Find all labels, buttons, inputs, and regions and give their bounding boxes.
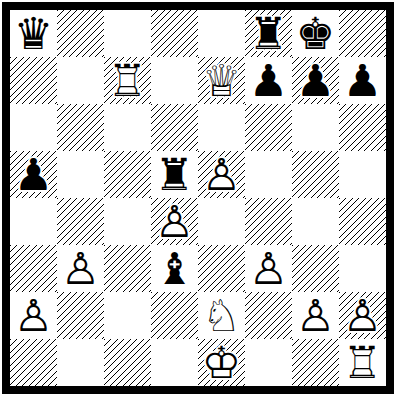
piece-black-queen-a8[interactable]: ♛♛ [10, 10, 57, 57]
square-d5[interactable]: ♜♜ [151, 151, 198, 198]
square-f2[interactable] [245, 292, 292, 339]
black-pawn-glyph: ♟ [339, 57, 386, 104]
square-a2[interactable]: ♟♙ [10, 292, 57, 339]
piece-white-king-e1[interactable]: ♚♔ [198, 339, 245, 386]
square-g4[interactable] [292, 198, 339, 245]
white-pawn-glyph: ♙ [198, 151, 245, 198]
square-b5[interactable] [57, 151, 104, 198]
square-d2[interactable] [151, 292, 198, 339]
piece-black-king-g8[interactable]: ♚♚ [292, 10, 339, 57]
square-c8[interactable] [104, 10, 151, 57]
black-rook-glyph: ♜ [245, 10, 292, 57]
square-h5[interactable] [339, 151, 386, 198]
piece-black-pawn-h7[interactable]: ♟♟ [339, 57, 386, 104]
square-g8[interactable]: ♚♚ [292, 10, 339, 57]
square-c7[interactable]: ♜♖ [104, 57, 151, 104]
white-pawn-glyph: ♙ [10, 292, 57, 339]
square-e7[interactable]: ♛♕ [198, 57, 245, 104]
square-f5[interactable] [245, 151, 292, 198]
square-c1[interactable] [104, 339, 151, 386]
white-king-glyph: ♔ [198, 339, 245, 386]
black-bishop-glyph: ♝ [151, 245, 198, 292]
piece-white-queen-e7[interactable]: ♛♕ [198, 57, 245, 104]
piece-white-pawn-e5[interactable]: ♟♙ [198, 151, 245, 198]
white-rook-glyph: ♖ [104, 57, 151, 104]
white-pawn-glyph: ♙ [292, 292, 339, 339]
square-g5[interactable] [292, 151, 339, 198]
square-c2[interactable] [104, 292, 151, 339]
square-g1[interactable] [292, 339, 339, 386]
square-b1[interactable] [57, 339, 104, 386]
square-f8[interactable]: ♜♜ [245, 10, 292, 57]
square-e5[interactable]: ♟♙ [198, 151, 245, 198]
white-rook-glyph: ♖ [339, 339, 386, 386]
square-a3[interactable] [10, 245, 57, 292]
square-d8[interactable] [151, 10, 198, 57]
piece-black-pawn-f7[interactable]: ♟♟ [245, 57, 292, 104]
piece-white-pawn-f3[interactable]: ♟♙ [245, 245, 292, 292]
square-e3[interactable] [198, 245, 245, 292]
square-e2[interactable]: ♞♘ [198, 292, 245, 339]
square-f3[interactable]: ♟♙ [245, 245, 292, 292]
square-e1[interactable]: ♚♔ [198, 339, 245, 386]
square-h1[interactable]: ♜♖ [339, 339, 386, 386]
piece-white-knight-e2[interactable]: ♞♘ [198, 292, 245, 339]
piece-black-pawn-g7[interactable]: ♟♟ [292, 57, 339, 104]
white-pawn-glyph: ♙ [57, 245, 104, 292]
white-pawn-glyph: ♙ [245, 245, 292, 292]
piece-white-pawn-g2[interactable]: ♟♙ [292, 292, 339, 339]
square-h4[interactable] [339, 198, 386, 245]
piece-white-pawn-d4[interactable]: ♟♙ [151, 198, 198, 245]
square-f6[interactable] [245, 104, 292, 151]
square-d7[interactable] [151, 57, 198, 104]
black-pawn-glyph: ♟ [292, 57, 339, 104]
square-h3[interactable] [339, 245, 386, 292]
piece-black-bishop-d3[interactable]: ♝♝ [151, 245, 198, 292]
square-d3[interactable]: ♝♝ [151, 245, 198, 292]
square-c6[interactable] [104, 104, 151, 151]
square-g3[interactable] [292, 245, 339, 292]
square-b2[interactable] [57, 292, 104, 339]
square-g2[interactable]: ♟♙ [292, 292, 339, 339]
square-e8[interactable] [198, 10, 245, 57]
piece-black-rook-f8[interactable]: ♜♜ [245, 10, 292, 57]
square-a8[interactable]: ♛♛ [10, 10, 57, 57]
square-e6[interactable] [198, 104, 245, 151]
square-d6[interactable] [151, 104, 198, 151]
square-b8[interactable] [57, 10, 104, 57]
square-b3[interactable]: ♟♙ [57, 245, 104, 292]
square-e4[interactable] [198, 198, 245, 245]
piece-white-rook-c7[interactable]: ♜♖ [104, 57, 151, 104]
square-d4[interactable]: ♟♙ [151, 198, 198, 245]
piece-white-rook-h1[interactable]: ♜♖ [339, 339, 386, 386]
chess-board: ♛♛♜♜♚♚♜♖♛♕♟♟♟♟♟♟♟♟♜♜♟♙♟♙♟♙♝♝♟♙♟♙♞♘♟♙♟♙♚♔… [10, 10, 386, 386]
black-pawn-glyph: ♟ [10, 151, 57, 198]
white-knight-glyph: ♘ [198, 292, 245, 339]
square-b6[interactable] [57, 104, 104, 151]
black-pawn-glyph: ♟ [245, 57, 292, 104]
square-h6[interactable] [339, 104, 386, 151]
piece-white-pawn-b3[interactable]: ♟♙ [57, 245, 104, 292]
square-a7[interactable] [10, 57, 57, 104]
square-f1[interactable] [245, 339, 292, 386]
square-h2[interactable]: ♟♙ [339, 292, 386, 339]
square-h8[interactable] [339, 10, 386, 57]
square-a4[interactable] [10, 198, 57, 245]
white-pawn-glyph: ♙ [339, 292, 386, 339]
square-f4[interactable] [245, 198, 292, 245]
square-c3[interactable] [104, 245, 151, 292]
white-queen-glyph: ♕ [198, 57, 245, 104]
square-g6[interactable] [292, 104, 339, 151]
white-pawn-glyph: ♙ [151, 198, 198, 245]
square-c5[interactable] [104, 151, 151, 198]
square-c4[interactable] [104, 198, 151, 245]
black-queen-glyph: ♛ [10, 10, 57, 57]
square-d1[interactable] [151, 339, 198, 386]
square-a5[interactable]: ♟♟ [10, 151, 57, 198]
piece-white-pawn-a2[interactable]: ♟♙ [10, 292, 57, 339]
piece-black-pawn-a5[interactable]: ♟♟ [10, 151, 57, 198]
square-a6[interactable] [10, 104, 57, 151]
piece-black-rook-d5[interactable]: ♜♜ [151, 151, 198, 198]
black-king-glyph: ♚ [292, 10, 339, 57]
black-rook-glyph: ♜ [151, 151, 198, 198]
square-h7[interactable]: ♟♟ [339, 57, 386, 104]
square-b4[interactable] [57, 198, 104, 245]
piece-white-pawn-h2[interactable]: ♟♙ [339, 292, 386, 339]
square-f7[interactable]: ♟♟ [245, 57, 292, 104]
board-frame: ♛♛♜♜♚♚♜♖♛♕♟♟♟♟♟♟♟♟♜♜♟♙♟♙♟♙♝♝♟♙♟♙♞♘♟♙♟♙♚♔… [2, 2, 394, 394]
square-b7[interactable] [57, 57, 104, 104]
square-g7[interactable]: ♟♟ [292, 57, 339, 104]
square-a1[interactable] [10, 339, 57, 386]
